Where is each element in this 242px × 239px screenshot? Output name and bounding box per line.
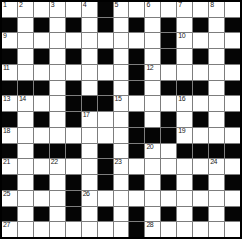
cell-r6c14[interactable] xyxy=(209,81,224,96)
cell-r1c4[interactable]: 3 xyxy=(50,2,65,17)
cell-r9c4[interactable] xyxy=(50,128,65,143)
cell-r10c12-black xyxy=(177,144,192,159)
clue-number-28: 28 xyxy=(146,222,153,229)
cell-r8c7[interactable] xyxy=(98,112,113,127)
cell-r4c5-black xyxy=(66,49,81,64)
cell-r6c1-black xyxy=(2,81,17,96)
cell-r5c11[interactable] xyxy=(161,65,176,80)
cell-r6c11-black xyxy=(161,81,176,96)
cell-r4c3-black xyxy=(34,49,49,64)
clue-number-26: 26 xyxy=(83,191,90,198)
cell-r14c7-black xyxy=(98,207,113,222)
cell-r9c8[interactable] xyxy=(114,128,129,143)
cell-r4c10[interactable] xyxy=(145,49,160,64)
cell-r7c3[interactable] xyxy=(34,96,49,111)
cell-r8c11-black xyxy=(161,112,176,127)
cell-r4c8[interactable] xyxy=(114,49,129,64)
cell-r15c10[interactable]: 28 xyxy=(145,222,160,237)
cell-r7c15[interactable] xyxy=(225,96,240,111)
cell-r8c10[interactable] xyxy=(145,112,160,127)
cell-r6c10[interactable] xyxy=(145,81,160,96)
cell-r12c15-black xyxy=(225,175,240,190)
cell-r1c2[interactable]: 2 xyxy=(18,2,33,17)
cell-r1c7-black xyxy=(98,2,113,17)
clue-number-25: 25 xyxy=(3,191,10,198)
cell-r12c2[interactable] xyxy=(18,175,33,190)
cell-r12c13-black xyxy=(193,175,208,190)
cell-r14c13-black xyxy=(193,207,208,222)
cell-r9c11-black xyxy=(161,128,176,143)
cell-r2c14[interactable] xyxy=(209,18,224,33)
cell-r14c5-black xyxy=(66,207,81,222)
cell-r8c9-black xyxy=(129,112,144,127)
cell-r13c11[interactable] xyxy=(161,191,176,206)
clue-number-23: 23 xyxy=(115,159,122,166)
cell-r7c4[interactable] xyxy=(50,96,65,111)
cell-r11c3[interactable] xyxy=(34,159,49,174)
cell-r6c5-black xyxy=(66,81,81,96)
cell-r15c4[interactable] xyxy=(50,222,65,237)
cell-r6c12-black xyxy=(177,81,192,96)
cell-r11c8[interactable]: 23 xyxy=(114,159,129,174)
cell-r3c11-black xyxy=(161,33,176,48)
cell-r12c12[interactable] xyxy=(177,175,192,190)
cell-r1c3[interactable] xyxy=(34,2,49,17)
cell-r12c1-black xyxy=(2,175,17,190)
cell-r7c11[interactable] xyxy=(161,96,176,111)
cell-r6c7-black xyxy=(98,81,113,96)
cell-r11c14[interactable]: 24 xyxy=(209,159,224,174)
cell-r11c11[interactable] xyxy=(161,159,176,174)
cell-r3c15[interactable] xyxy=(225,33,240,48)
cell-r15c12[interactable] xyxy=(177,222,192,237)
cell-r10c1-black xyxy=(2,144,17,159)
cell-r7c7-black xyxy=(98,96,113,111)
cell-r8c13-black xyxy=(193,112,208,127)
cell-r13c2[interactable] xyxy=(18,191,33,206)
cell-r11c13[interactable] xyxy=(193,159,208,174)
cell-r10c9-black xyxy=(129,144,144,159)
cell-r1c11[interactable] xyxy=(161,2,176,17)
cell-r11c7-black xyxy=(98,159,113,174)
cell-r9c7[interactable] xyxy=(98,128,113,143)
cell-r4c11-black xyxy=(161,49,176,64)
cell-r3c8[interactable] xyxy=(114,33,129,48)
cell-r8c8[interactable] xyxy=(114,112,129,127)
cell-r9c9-black xyxy=(129,128,144,143)
cell-r12c8[interactable] xyxy=(114,175,129,190)
cell-r9c5[interactable] xyxy=(66,128,81,143)
cell-r4c4[interactable] xyxy=(50,49,65,64)
cell-r10c2[interactable] xyxy=(18,144,33,159)
cell-r3c3[interactable] xyxy=(34,33,49,48)
cell-r7c9[interactable] xyxy=(129,96,144,111)
clue-number-10: 10 xyxy=(178,33,185,40)
cell-r3c2[interactable] xyxy=(18,33,33,48)
cell-r10c14-black xyxy=(209,144,224,159)
cell-r2c3-black xyxy=(34,18,49,33)
cell-r11c10[interactable] xyxy=(145,159,160,174)
cell-r15c6[interactable] xyxy=(82,222,97,237)
cell-r13c13[interactable] xyxy=(193,191,208,206)
cell-r5c6[interactable] xyxy=(82,65,97,80)
cell-r5c7[interactable] xyxy=(98,65,113,80)
cell-r4c13-black xyxy=(193,49,208,64)
cell-r11c5[interactable] xyxy=(66,159,81,174)
cell-r7c1[interactable]: 13 xyxy=(2,96,17,111)
cell-r3c14[interactable] xyxy=(209,33,224,48)
cell-r5c8[interactable] xyxy=(114,65,129,80)
cell-r15c15[interactable] xyxy=(225,222,240,237)
cell-r7c5-black xyxy=(66,96,81,111)
cell-r13c14[interactable] xyxy=(209,191,224,206)
cell-r9c15[interactable] xyxy=(225,128,240,143)
cell-r6c3-black xyxy=(34,81,49,96)
clue-number-19: 19 xyxy=(178,128,185,135)
cell-r15c1[interactable]: 27 xyxy=(2,222,17,237)
cell-r9c12[interactable]: 19 xyxy=(177,128,192,143)
cell-r8c5-black xyxy=(66,112,81,127)
cell-r4c7-black xyxy=(98,49,113,64)
cell-r9c14[interactable] xyxy=(209,128,224,143)
cell-r9c10-black xyxy=(145,128,160,143)
cell-r5c13[interactable] xyxy=(193,65,208,80)
cell-r12c6[interactable] xyxy=(82,175,97,190)
cell-r3c12[interactable]: 10 xyxy=(177,33,192,48)
cell-r13c3[interactable] xyxy=(34,191,49,206)
cell-r3c1[interactable]: 9 xyxy=(2,33,17,48)
cell-r3c6[interactable] xyxy=(82,33,97,48)
cell-r8c6[interactable]: 17 xyxy=(82,112,97,127)
cell-r13c8[interactable] xyxy=(114,191,129,206)
cell-r8c12[interactable] xyxy=(177,112,192,127)
cell-r14c10[interactable] xyxy=(145,207,160,222)
cell-r11c15[interactable] xyxy=(225,159,240,174)
clue-number-9: 9 xyxy=(3,33,6,40)
cell-r13c9[interactable] xyxy=(129,191,144,206)
cell-r5c9-black xyxy=(129,65,144,80)
cell-r8c1-black xyxy=(2,112,17,127)
cell-r15c7[interactable] xyxy=(98,222,113,237)
cell-r4c12[interactable] xyxy=(177,49,192,64)
cell-r14c15-black xyxy=(225,207,240,222)
cell-r14c9-black xyxy=(129,207,144,222)
cell-r15c2[interactable] xyxy=(18,222,33,237)
cell-r2c1-black xyxy=(2,18,17,33)
cell-r10c7-black xyxy=(98,144,113,159)
cell-r15c3[interactable] xyxy=(34,222,49,237)
cell-r11c12[interactable] xyxy=(177,159,192,174)
cell-r15c13[interactable] xyxy=(193,222,208,237)
cell-r13c5-black xyxy=(66,191,81,206)
cell-r8c3-black xyxy=(34,112,49,127)
cell-r7c10[interactable] xyxy=(145,96,160,111)
cell-r7c8[interactable]: 15 xyxy=(114,96,129,111)
cell-r13c10[interactable] xyxy=(145,191,160,206)
cell-r3c13[interactable] xyxy=(193,33,208,48)
cell-r4c1-black xyxy=(2,49,17,64)
cell-r7c14[interactable] xyxy=(209,96,224,111)
cell-r9c13[interactable] xyxy=(193,128,208,143)
cell-r10c11[interactable] xyxy=(161,144,176,159)
cell-r2c2[interactable] xyxy=(18,18,33,33)
cell-r13c12[interactable] xyxy=(177,191,192,206)
cell-r2c15-black xyxy=(225,18,240,33)
cell-r1c1[interactable]: 1 xyxy=(2,2,17,17)
cell-r9c1[interactable]: 18 xyxy=(2,128,17,143)
clue-number-24: 24 xyxy=(210,159,217,166)
cell-r8c15-black xyxy=(225,112,240,127)
cell-r5c10[interactable]: 12 xyxy=(145,65,160,80)
cell-r14c2[interactable] xyxy=(18,207,33,222)
cell-r8c4[interactable] xyxy=(50,112,65,127)
cell-r1c15[interactable] xyxy=(225,2,240,17)
cell-r2c8[interactable] xyxy=(114,18,129,33)
cell-r12c11-black xyxy=(161,175,176,190)
cell-r9c3[interactable] xyxy=(34,128,49,143)
cell-r14c8[interactable] xyxy=(114,207,129,222)
cell-r12c5-black xyxy=(66,175,81,190)
cell-r15c5[interactable] xyxy=(66,222,81,237)
cell-r2c4[interactable] xyxy=(50,18,65,33)
cell-r2c5-black xyxy=(66,18,81,33)
cell-r9c6[interactable] xyxy=(82,128,97,143)
clue-number-21: 21 xyxy=(3,159,10,166)
clue-number-3: 3 xyxy=(51,2,54,9)
cell-r14c11-black xyxy=(161,207,176,222)
clue-number-6: 6 xyxy=(146,2,149,9)
clue-number-27: 27 xyxy=(3,222,10,229)
cell-r10c15-black xyxy=(225,144,240,159)
cell-r1c8[interactable]: 5 xyxy=(114,2,129,17)
cell-r12c9-black xyxy=(129,175,144,190)
cell-r1c6[interactable]: 4 xyxy=(82,2,97,17)
cell-r10c10[interactable]: 20 xyxy=(145,144,160,159)
clue-number-20: 20 xyxy=(146,144,153,151)
clue-number-5: 5 xyxy=(115,2,118,9)
cell-r2c11-black xyxy=(161,18,176,33)
cell-r2c12[interactable] xyxy=(177,18,192,33)
cell-r3c4[interactable] xyxy=(50,33,65,48)
clue-number-1: 1 xyxy=(3,2,6,9)
cell-r4c2[interactable] xyxy=(18,49,33,64)
clue-number-13: 13 xyxy=(3,96,10,103)
cell-r2c13-black xyxy=(193,18,208,33)
cell-r3c5[interactable] xyxy=(66,33,81,48)
cell-r11c9[interactable] xyxy=(129,159,144,174)
cell-r10c13-black xyxy=(193,144,208,159)
cell-r11c6[interactable] xyxy=(82,159,97,174)
clue-number-22: 22 xyxy=(51,159,58,166)
clue-number-2: 2 xyxy=(19,2,22,9)
cell-r7c12[interactable]: 16 xyxy=(177,96,192,111)
cell-r7c6-black xyxy=(82,96,97,111)
cell-r10c4-black xyxy=(50,144,65,159)
cell-r2c6[interactable] xyxy=(82,18,97,33)
cell-r14c6[interactable] xyxy=(82,207,97,222)
cell-r3c7[interactable] xyxy=(98,33,113,48)
cell-r14c14[interactable] xyxy=(209,207,224,222)
cell-r5c12[interactable] xyxy=(177,65,192,80)
cell-r1c9[interactable] xyxy=(129,2,144,17)
clue-number-15: 15 xyxy=(115,96,122,103)
cell-r13c15[interactable] xyxy=(225,191,240,206)
cell-r4c14[interactable] xyxy=(209,49,224,64)
cell-r13c4[interactable] xyxy=(50,191,65,206)
cell-r10c6[interactable] xyxy=(82,144,97,159)
cell-r10c8[interactable] xyxy=(114,144,129,159)
clue-number-14: 14 xyxy=(19,96,26,103)
cell-r7c13[interactable] xyxy=(193,96,208,111)
cell-r5c3[interactable] xyxy=(34,65,49,80)
cell-r10c5-black xyxy=(66,144,81,159)
cell-r8c14[interactable] xyxy=(209,112,224,127)
clue-number-18: 18 xyxy=(3,128,10,135)
cell-r15c11[interactable] xyxy=(161,222,176,237)
cell-r1c10[interactable]: 6 xyxy=(145,2,160,17)
cell-r6c8[interactable] xyxy=(114,81,129,96)
cell-r9c2[interactable] xyxy=(18,128,33,143)
cell-r7c2[interactable]: 14 xyxy=(18,96,33,111)
cell-r1c5[interactable] xyxy=(66,2,81,17)
cell-r13c1[interactable]: 25 xyxy=(2,191,17,206)
crossword-grid: 1234567891011121314151617181920212223242… xyxy=(0,0,242,239)
cell-r1c13[interactable] xyxy=(193,2,208,17)
cell-r2c7-black xyxy=(98,18,113,33)
cell-r6c15-black xyxy=(225,81,240,96)
cell-r12c4[interactable] xyxy=(50,175,65,190)
clue-number-17: 17 xyxy=(83,112,90,119)
cell-r12c14[interactable] xyxy=(209,175,224,190)
cell-r5c1[interactable]: 11 xyxy=(2,65,17,80)
cell-r4c6[interactable] xyxy=(82,49,97,64)
cell-r14c12[interactable] xyxy=(177,207,192,222)
cell-r8c2[interactable] xyxy=(18,112,33,127)
cell-r5c5[interactable] xyxy=(66,65,81,80)
cell-r14c1-black xyxy=(2,207,17,222)
cell-r5c4[interactable] xyxy=(50,65,65,80)
cell-r6c13-black xyxy=(193,81,208,96)
cell-r10c3-black xyxy=(34,144,49,159)
cell-r6c9-black xyxy=(129,81,144,96)
cell-r14c4[interactable] xyxy=(50,207,65,222)
cell-r2c10[interactable] xyxy=(145,18,160,33)
cell-r14c3-black xyxy=(34,207,49,222)
cell-r12c3-black xyxy=(34,175,49,190)
cell-r15c14[interactable] xyxy=(209,222,224,237)
cell-r3c10[interactable] xyxy=(145,33,160,48)
cell-r3c9[interactable] xyxy=(129,33,144,48)
clue-number-11: 11 xyxy=(3,65,9,72)
clue-number-16: 16 xyxy=(178,96,185,103)
cell-r13c7[interactable] xyxy=(98,191,113,206)
clue-number-7: 7 xyxy=(178,2,181,9)
cell-r12c10[interactable] xyxy=(145,175,160,190)
cell-r2c9-black xyxy=(129,18,144,33)
cell-r12c7-black xyxy=(98,175,113,190)
cell-r5c15[interactable] xyxy=(225,65,240,80)
cell-r11c1[interactable]: 21 xyxy=(2,159,17,174)
clue-number-8: 8 xyxy=(210,2,213,9)
cell-r15c9-black xyxy=(129,222,144,237)
cell-r6c6[interactable] xyxy=(82,81,97,96)
cell-r13c6[interactable]: 26 xyxy=(82,191,97,206)
cell-r11c2[interactable] xyxy=(18,159,33,174)
cell-r6c2-black xyxy=(18,81,33,96)
cell-r1c14[interactable]: 8 xyxy=(209,2,224,17)
cell-r4c9-black xyxy=(129,49,144,64)
clue-number-4: 4 xyxy=(83,2,86,9)
cell-r15c8[interactable] xyxy=(114,222,129,237)
cell-r1c12[interactable]: 7 xyxy=(177,2,192,17)
cell-r4c15-black xyxy=(225,49,240,64)
cell-r5c2[interactable] xyxy=(18,65,33,80)
clue-number-12: 12 xyxy=(146,65,153,72)
cell-r11c4[interactable]: 22 xyxy=(50,159,65,174)
cell-r5c14[interactable] xyxy=(209,65,224,80)
cell-r6c4[interactable] xyxy=(50,81,65,96)
